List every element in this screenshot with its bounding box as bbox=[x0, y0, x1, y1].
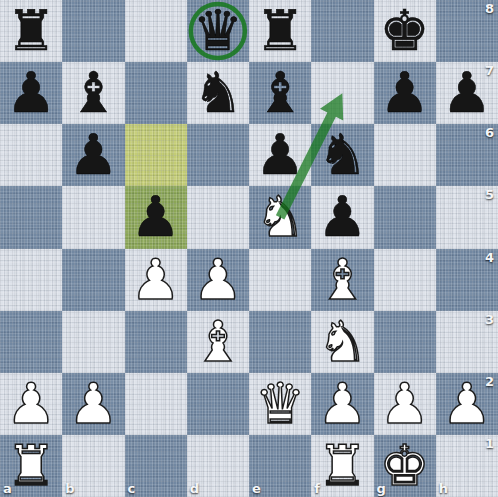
square-a3[interactable] bbox=[0, 311, 62, 373]
file-label-d: d bbox=[190, 481, 199, 496]
black-knight[interactable]: ♞ bbox=[311, 124, 373, 186]
square-a5[interactable] bbox=[0, 186, 62, 248]
square-f6[interactable]: ♞ bbox=[311, 124, 373, 186]
square-f1[interactable]: ♜f bbox=[311, 435, 373, 497]
square-h2[interactable]: ♟2 bbox=[436, 373, 498, 435]
square-d2[interactable] bbox=[187, 373, 249, 435]
file-label-h: h bbox=[439, 481, 448, 496]
square-b7[interactable]: ♝ bbox=[62, 62, 124, 124]
rank-label-7: 7 bbox=[485, 63, 494, 78]
white-rook[interactable]: ♜ bbox=[311, 435, 373, 497]
square-e7[interactable]: ♝ bbox=[249, 62, 311, 124]
white-pawn[interactable]: ♟ bbox=[125, 249, 187, 311]
black-bishop[interactable]: ♝ bbox=[249, 62, 311, 124]
rank-label-2: 2 bbox=[485, 374, 494, 389]
square-h6[interactable]: 6 bbox=[436, 124, 498, 186]
square-f2[interactable]: ♟ bbox=[311, 373, 373, 435]
white-pawn[interactable]: ♟ bbox=[187, 249, 249, 311]
file-label-g: g bbox=[377, 481, 386, 496]
white-queen[interactable]: ♛ bbox=[249, 373, 311, 435]
square-h7[interactable]: ♟7 bbox=[436, 62, 498, 124]
square-a4[interactable] bbox=[0, 249, 62, 311]
white-pawn[interactable]: ♟ bbox=[311, 373, 373, 435]
black-rook[interactable]: ♜ bbox=[249, 0, 311, 62]
square-c6[interactable] bbox=[125, 124, 187, 186]
square-f7[interactable] bbox=[311, 62, 373, 124]
square-b1[interactable]: b bbox=[62, 435, 124, 497]
square-c5[interactable]: ♟ bbox=[125, 186, 187, 248]
file-label-b: b bbox=[65, 481, 74, 496]
black-knight[interactable]: ♞ bbox=[187, 62, 249, 124]
square-e3[interactable] bbox=[249, 311, 311, 373]
rank-label-1: 1 bbox=[485, 436, 494, 451]
black-pawn[interactable]: ♟ bbox=[249, 124, 311, 186]
square-f8[interactable] bbox=[311, 0, 373, 62]
square-g8[interactable]: ♚ bbox=[374, 0, 436, 62]
black-pawn[interactable]: ♟ bbox=[125, 186, 187, 248]
square-d1[interactable]: d bbox=[187, 435, 249, 497]
black-bishop[interactable]: ♝ bbox=[62, 62, 124, 124]
square-e5[interactable]: ♞ bbox=[249, 186, 311, 248]
rank-label-6: 6 bbox=[485, 125, 494, 140]
square-c2[interactable] bbox=[125, 373, 187, 435]
white-pawn[interactable]: ♟ bbox=[62, 373, 124, 435]
square-d7[interactable]: ♞ bbox=[187, 62, 249, 124]
square-h4[interactable]: 4 bbox=[436, 249, 498, 311]
square-b5[interactable] bbox=[62, 186, 124, 248]
square-e2[interactable]: ♛ bbox=[249, 373, 311, 435]
rank-label-8: 8 bbox=[485, 1, 494, 16]
square-a2[interactable]: ♟ bbox=[0, 373, 62, 435]
black-pawn[interactable]: ♟ bbox=[311, 186, 373, 248]
black-rook[interactable]: ♜ bbox=[0, 0, 62, 62]
white-bishop[interactable]: ♝ bbox=[187, 311, 249, 373]
square-a7[interactable]: ♟ bbox=[0, 62, 62, 124]
square-e6[interactable]: ♟ bbox=[249, 124, 311, 186]
rank-label-3: 3 bbox=[485, 312, 494, 327]
rank-label-4: 4 bbox=[485, 250, 494, 265]
chess-board: ♜♛♜♚8♟♝♞♝♟♟7♟♟♞6♟♞♟5♟♟♝4♝♞3♟♟♛♟♟♟2♜abcde… bbox=[0, 0, 498, 497]
square-d4[interactable]: ♟ bbox=[187, 249, 249, 311]
square-f4[interactable]: ♝ bbox=[311, 249, 373, 311]
white-knight[interactable]: ♞ bbox=[249, 186, 311, 248]
file-label-e: e bbox=[252, 481, 261, 496]
square-d5[interactable] bbox=[187, 186, 249, 248]
square-c4[interactable]: ♟ bbox=[125, 249, 187, 311]
square-e1[interactable]: e bbox=[249, 435, 311, 497]
file-label-f: f bbox=[314, 481, 320, 496]
white-knight[interactable]: ♞ bbox=[311, 311, 373, 373]
square-e8[interactable]: ♜ bbox=[249, 0, 311, 62]
black-pawn[interactable]: ♟ bbox=[0, 62, 62, 124]
white-pawn[interactable]: ♟ bbox=[374, 373, 436, 435]
square-g1[interactable]: ♚g bbox=[374, 435, 436, 497]
square-c8[interactable] bbox=[125, 0, 187, 62]
square-g5[interactable] bbox=[374, 186, 436, 248]
black-queen[interactable]: ♛ bbox=[187, 0, 249, 62]
square-a1[interactable]: ♜a bbox=[0, 435, 62, 497]
square-h8[interactable]: 8 bbox=[436, 0, 498, 62]
square-g3[interactable] bbox=[374, 311, 436, 373]
file-label-a: a bbox=[3, 481, 12, 496]
square-g7[interactable]: ♟ bbox=[374, 62, 436, 124]
file-label-c: c bbox=[128, 481, 136, 496]
black-king[interactable]: ♚ bbox=[374, 0, 436, 62]
square-f5[interactable]: ♟ bbox=[311, 186, 373, 248]
square-c7[interactable] bbox=[125, 62, 187, 124]
rank-label-5: 5 bbox=[485, 187, 494, 202]
square-b8[interactable] bbox=[62, 0, 124, 62]
white-bishop[interactable]: ♝ bbox=[311, 249, 373, 311]
black-pawn[interactable]: ♟ bbox=[62, 124, 124, 186]
square-a8[interactable]: ♜ bbox=[0, 0, 62, 62]
square-c1[interactable]: c bbox=[125, 435, 187, 497]
square-d6[interactable] bbox=[187, 124, 249, 186]
white-pawn[interactable]: ♟ bbox=[0, 373, 62, 435]
square-g2[interactable]: ♟ bbox=[374, 373, 436, 435]
square-b3[interactable] bbox=[62, 311, 124, 373]
square-f3[interactable]: ♞ bbox=[311, 311, 373, 373]
square-h1[interactable]: h1 bbox=[436, 435, 498, 497]
square-b4[interactable] bbox=[62, 249, 124, 311]
square-d3[interactable]: ♝ bbox=[187, 311, 249, 373]
square-b6[interactable]: ♟ bbox=[62, 124, 124, 186]
square-c3[interactable] bbox=[125, 311, 187, 373]
black-pawn[interactable]: ♟ bbox=[374, 62, 436, 124]
square-h3[interactable]: 3 bbox=[436, 311, 498, 373]
square-e4[interactable] bbox=[249, 249, 311, 311]
square-h5[interactable]: 5 bbox=[436, 186, 498, 248]
square-d8[interactable]: ♛ bbox=[187, 0, 249, 62]
square-g4[interactable] bbox=[374, 249, 436, 311]
square-g6[interactable] bbox=[374, 124, 436, 186]
square-a6[interactable] bbox=[0, 124, 62, 186]
square-b2[interactable]: ♟ bbox=[62, 373, 124, 435]
